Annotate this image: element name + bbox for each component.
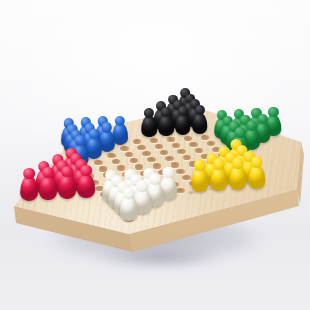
peg-black[interactable] — [174, 106, 191, 135]
peg-body — [58, 174, 76, 198]
peg-head — [42, 167, 54, 179]
peg-black[interactable] — [141, 108, 159, 137]
peg-yellow[interactable] — [190, 159, 210, 192]
peg-yellow[interactable] — [228, 157, 248, 190]
peg-head — [102, 122, 113, 133]
peg-red[interactable] — [76, 165, 96, 198]
pegs-layer — [0, 0, 310, 310]
peg-body — [39, 176, 57, 200]
peg-body — [192, 113, 207, 134]
peg-red[interactable] — [38, 167, 58, 200]
peg-black[interactable] — [157, 107, 174, 136]
peg-head — [75, 135, 86, 146]
peg-white[interactable] — [119, 187, 140, 222]
peg-head — [24, 168, 36, 180]
peg-body — [20, 176, 38, 201]
peg-yellow[interactable] — [209, 158, 229, 191]
peg-body — [191, 168, 209, 192]
peg-black[interactable] — [191, 105, 208, 134]
peg-body — [210, 167, 227, 191]
peg-body — [120, 196, 139, 222]
peg-body — [77, 174, 95, 198]
peg-head — [89, 129, 100, 140]
peg-body — [158, 115, 174, 136]
peg-body — [248, 165, 265, 189]
peg-head — [194, 159, 206, 171]
peg-head — [235, 127, 246, 138]
peg-body — [229, 166, 246, 190]
product-photo-scene — [0, 0, 310, 310]
peg-body — [142, 116, 158, 137]
peg-red[interactable] — [57, 166, 77, 199]
peg-yellow[interactable] — [247, 156, 267, 189]
peg-body — [175, 114, 190, 135]
peg-head — [80, 165, 92, 177]
peg-head — [61, 166, 73, 178]
peg-red[interactable] — [19, 168, 39, 201]
